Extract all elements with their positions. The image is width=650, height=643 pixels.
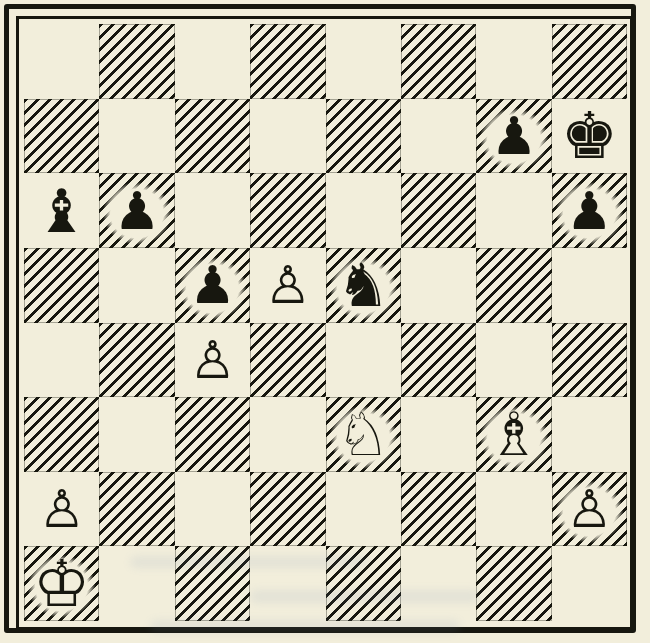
square-c2[interactable] xyxy=(175,472,250,547)
square-b8[interactable] xyxy=(99,24,174,99)
piece-black-pawn[interactable]: ♟ xyxy=(99,173,174,248)
square-d6[interactable] xyxy=(250,173,325,248)
square-h2[interactable]: ♙ xyxy=(552,472,627,547)
square-h5[interactable] xyxy=(552,248,627,323)
square-c3[interactable] xyxy=(175,397,250,472)
square-e8[interactable] xyxy=(326,24,401,99)
square-b7[interactable] xyxy=(99,99,174,174)
square-b3[interactable] xyxy=(99,397,174,472)
piece-white-pawn[interactable]: ♙ xyxy=(250,248,325,323)
square-f2[interactable] xyxy=(401,472,476,547)
piece-white-knight[interactable]: ♘ xyxy=(326,397,401,472)
square-e6[interactable] xyxy=(326,173,401,248)
square-d5[interactable]: ♙ xyxy=(250,248,325,323)
square-e5[interactable]: ♞ xyxy=(326,248,401,323)
square-e7[interactable] xyxy=(326,99,401,174)
square-h8[interactable] xyxy=(552,24,627,99)
square-c8[interactable] xyxy=(175,24,250,99)
square-d3[interactable] xyxy=(250,397,325,472)
square-f4[interactable] xyxy=(401,323,476,398)
piece-white-bishop[interactable]: ♗ xyxy=(476,397,551,472)
square-g5[interactable] xyxy=(476,248,551,323)
square-h1[interactable] xyxy=(552,546,627,621)
square-c5[interactable]: ♟ xyxy=(175,248,250,323)
square-g3[interactable]: ♗ xyxy=(476,397,551,472)
piece-white-pawn[interactable]: ♙ xyxy=(175,323,250,398)
piece-black-king[interactable]: ♚ xyxy=(552,99,627,174)
square-g8[interactable] xyxy=(476,24,551,99)
square-a8[interactable] xyxy=(24,24,99,99)
piece-black-knight[interactable]: ♞ xyxy=(326,248,401,323)
chess-board: ♟♚♝♟♟♟♙♞♙♘♗♙♙♔ xyxy=(24,24,627,621)
square-f1[interactable] xyxy=(401,546,476,621)
square-b2[interactable] xyxy=(99,472,174,547)
square-e3[interactable]: ♘ xyxy=(326,397,401,472)
piece-white-pawn[interactable]: ♙ xyxy=(552,472,627,547)
square-b1[interactable] xyxy=(99,546,174,621)
piece-black-pawn[interactable]: ♟ xyxy=(552,173,627,248)
square-e2[interactable] xyxy=(326,472,401,547)
square-h4[interactable] xyxy=(552,323,627,398)
square-f3[interactable] xyxy=(401,397,476,472)
square-g6[interactable] xyxy=(476,173,551,248)
square-d4[interactable] xyxy=(250,323,325,398)
square-a1[interactable]: ♔ xyxy=(24,546,99,621)
square-g4[interactable] xyxy=(476,323,551,398)
square-h7[interactable]: ♚ xyxy=(552,99,627,174)
square-d7[interactable] xyxy=(250,99,325,174)
square-b4[interactable] xyxy=(99,323,174,398)
square-b5[interactable] xyxy=(99,248,174,323)
square-h6[interactable]: ♟ xyxy=(552,173,627,248)
square-d2[interactable] xyxy=(250,472,325,547)
piece-black-bishop[interactable]: ♝ xyxy=(24,173,99,248)
square-e1[interactable] xyxy=(326,546,401,621)
square-g7[interactable]: ♟ xyxy=(476,99,551,174)
square-h3[interactable] xyxy=(552,397,627,472)
square-c6[interactable] xyxy=(175,173,250,248)
square-d1[interactable] xyxy=(250,546,325,621)
square-a7[interactable] xyxy=(24,99,99,174)
square-c1[interactable] xyxy=(175,546,250,621)
square-a5[interactable] xyxy=(24,248,99,323)
square-g2[interactable] xyxy=(476,472,551,547)
square-f6[interactable] xyxy=(401,173,476,248)
square-a4[interactable] xyxy=(24,323,99,398)
piece-white-king[interactable]: ♔ xyxy=(24,546,99,621)
square-f8[interactable] xyxy=(401,24,476,99)
book-page: ♟♚♝♟♟♟♙♞♙♘♗♙♙♔ xyxy=(0,0,650,643)
square-a6[interactable]: ♝ xyxy=(24,173,99,248)
square-d8[interactable] xyxy=(250,24,325,99)
square-b6[interactable]: ♟ xyxy=(99,173,174,248)
square-c4[interactable]: ♙ xyxy=(175,323,250,398)
piece-white-pawn[interactable]: ♙ xyxy=(24,472,99,547)
square-g1[interactable] xyxy=(476,546,551,621)
square-e4[interactable] xyxy=(326,323,401,398)
square-f7[interactable] xyxy=(401,99,476,174)
square-a2[interactable]: ♙ xyxy=(24,472,99,547)
square-a3[interactable] xyxy=(24,397,99,472)
square-f5[interactable] xyxy=(401,248,476,323)
square-c7[interactable] xyxy=(175,99,250,174)
piece-black-pawn[interactable]: ♟ xyxy=(476,99,551,174)
piece-black-pawn[interactable]: ♟ xyxy=(175,248,250,323)
